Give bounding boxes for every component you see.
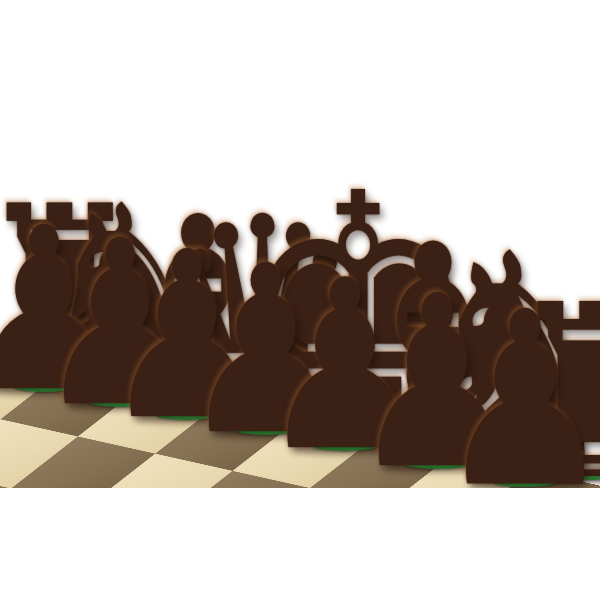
product-photo-canvas: ♜♞♝♛♚♝♞♜♟♟♟♟♟♟♟ (0, 0, 600, 600)
photo-bottom-crop (0, 488, 600, 600)
